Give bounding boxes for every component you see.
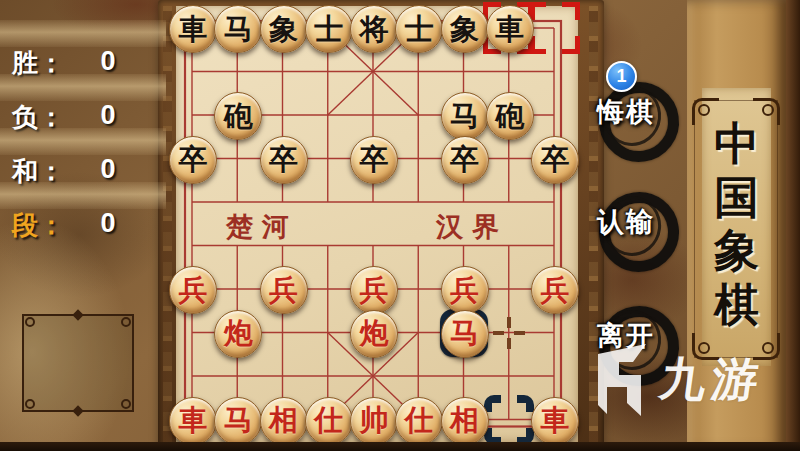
piece-char: 士: [405, 15, 434, 44]
jiuyou-logo-icon: [594, 342, 650, 418]
piece-char: 車: [179, 15, 208, 44]
move-marker-red-last-move-from: [484, 395, 534, 445]
cursor-crosshair: [493, 317, 525, 349]
piece-red-advisor[interactable]: 仕: [305, 397, 353, 445]
piece-char: 马: [450, 319, 479, 348]
piece-char: 卒: [360, 145, 389, 174]
stat-wins: 胜： 0: [0, 20, 166, 78]
piece-red-horse[interactable]: 马: [441, 310, 489, 358]
piece-char: 卒: [541, 145, 570, 174]
piece-red-chariot[interactable]: 車: [531, 397, 579, 445]
resign-button[interactable]: 认输: [570, 183, 682, 261]
piece-red-soldier[interactable]: 兵: [350, 266, 398, 314]
piece-char: 卒: [269, 145, 298, 174]
piece-char: 兵: [269, 276, 298, 305]
ornament-corner: [22, 394, 40, 412]
piece-red-advisor[interactable]: 仕: [395, 397, 443, 445]
decorative-frame: [22, 314, 134, 412]
draws-value: 0: [88, 154, 128, 185]
piece-char: 車: [179, 406, 208, 435]
piece-black-chariot[interactable]: 車: [169, 5, 217, 53]
piece-black-cannon[interactable]: 砲: [486, 92, 534, 140]
piece-char: 炮: [224, 319, 253, 348]
game-title: 中 国 象 棋: [687, 120, 786, 329]
ornament-notch: [72, 309, 83, 320]
piece-black-advisor[interactable]: 士: [395, 5, 443, 53]
losses-value: 0: [88, 100, 128, 131]
piece-black-cannon[interactable]: 砲: [214, 92, 262, 140]
piece-black-soldier[interactable]: 卒: [260, 136, 308, 184]
piece-red-general[interactable]: 帅: [350, 397, 398, 445]
rank-label: 段：: [12, 208, 64, 243]
right-edge: [786, 0, 800, 451]
wins-value: 0: [88, 46, 128, 77]
piece-char: 帅: [360, 406, 389, 435]
piece-black-general[interactable]: 将: [350, 5, 398, 53]
piece-red-soldier[interactable]: 兵: [441, 266, 489, 314]
stat-losses: 负： 0: [0, 74, 166, 132]
piece-char: 象: [269, 15, 298, 44]
piece-char: 相: [269, 406, 298, 435]
piece-black-soldier[interactable]: 卒: [350, 136, 398, 184]
stat-band: [0, 182, 166, 209]
piece-char: 砲: [224, 102, 253, 131]
bottom-edge: [0, 442, 800, 451]
piece-black-soldier[interactable]: 卒: [441, 136, 489, 184]
stat-band: [0, 128, 166, 155]
ornament-corner: [116, 394, 134, 412]
piece-char: 砲: [495, 102, 524, 131]
piece-red-elephant[interactable]: 相: [260, 397, 308, 445]
piece-char: 兵: [450, 276, 479, 305]
stat-band: [0, 74, 166, 101]
title-char: 国: [714, 174, 759, 223]
piece-black-elephant[interactable]: 象: [441, 5, 489, 53]
ornament-corner: [22, 314, 40, 332]
piece-red-chariot[interactable]: 車: [169, 397, 217, 445]
river-label-right: 汉界: [436, 209, 508, 245]
board-frame: 楚河 汉界 車马象士将士象車砲马砲卒卒卒卒卒兵兵兵兵兵炮炮马車马相仕帅仕相車: [158, 0, 604, 451]
board[interactable]: 楚河 汉界 車马象士将士象車砲马砲卒卒卒卒卒兵兵兵兵兵炮炮马車马相仕帅仕相車: [176, 6, 578, 442]
piece-char: 兵: [179, 276, 208, 305]
piece-char: 象: [450, 15, 479, 44]
resign-button-label: 认输: [597, 204, 655, 240]
ornament-corner: [116, 314, 134, 332]
piece-char: 仕: [405, 406, 434, 435]
stat-band: [0, 20, 166, 47]
piece-black-advisor[interactable]: 士: [305, 5, 353, 53]
move-marker-black-last-move-from: [528, 2, 580, 54]
piece-red-soldier[interactable]: 兵: [169, 266, 217, 314]
piece-char: 相: [450, 406, 479, 435]
stats-panel: 胜： 0 负： 0 和： 0 段： 0: [0, 0, 166, 260]
title-char: 棋: [714, 281, 759, 330]
piece-black-soldier[interactable]: 卒: [169, 136, 217, 184]
river-label-left: 楚河: [226, 209, 298, 245]
piece-char: 将: [360, 15, 389, 44]
piece-char: 兵: [541, 276, 570, 305]
piece-char: 車: [541, 406, 570, 435]
undo-count-badge: 1: [606, 61, 637, 92]
piece-char: 卒: [450, 145, 479, 174]
piece-char: 士: [314, 15, 343, 44]
piece-red-cannon[interactable]: 炮: [350, 310, 398, 358]
piece-char: 車: [495, 15, 524, 44]
stat-rank: 段： 0: [0, 182, 166, 240]
piece-red-elephant[interactable]: 相: [441, 397, 489, 445]
jiuyou-logo-text: 九游: [656, 349, 769, 411]
piece-black-horse[interactable]: 马: [214, 5, 262, 53]
piece-black-horse[interactable]: 马: [441, 92, 489, 140]
piece-char: 卒: [179, 145, 208, 174]
stat-draws: 和： 0: [0, 128, 166, 186]
xiangqi-game-screen: 胜： 0 负： 0 和： 0 段： 0 楚河 汉界 車马象士将士象車砲马砲卒卒卒…: [0, 0, 800, 451]
title-char: 象: [714, 227, 759, 276]
piece-black-chariot[interactable]: 車: [486, 5, 534, 53]
undo-button-label: 悔棋: [597, 94, 655, 130]
piece-red-horse[interactable]: 马: [214, 397, 262, 445]
piece-char: 马: [450, 102, 479, 131]
piece-black-elephant[interactable]: 象: [260, 5, 308, 53]
piece-char: 仕: [314, 406, 343, 435]
piece-red-soldier[interactable]: 兵: [260, 266, 308, 314]
jiuyou-logo: 九游: [594, 342, 764, 418]
piece-char: 炮: [360, 319, 389, 348]
piece-red-cannon[interactable]: 炮: [214, 310, 262, 358]
piece-char: 兵: [360, 276, 389, 305]
piece-char: 马: [224, 15, 253, 44]
rank-value: 0: [88, 208, 128, 239]
piece-char: 马: [224, 406, 253, 435]
ornament-notch: [72, 405, 83, 416]
title-char: 中: [714, 120, 759, 169]
